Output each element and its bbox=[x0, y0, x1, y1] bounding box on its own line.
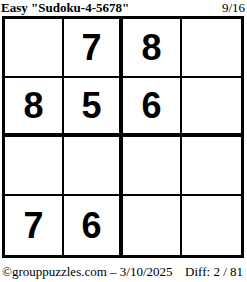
cell-r1c2: 7 bbox=[64, 19, 123, 78]
puzzle-title: Easy "Sudoku-4-5678" bbox=[1, 1, 129, 14]
cell-r3c1[interactable] bbox=[5, 137, 64, 196]
cell-r4c1: 7 bbox=[5, 196, 64, 255]
cell-r2c1: 8 bbox=[5, 78, 64, 137]
cell-r2c4[interactable] bbox=[182, 78, 241, 137]
cell-r2c2: 5 bbox=[64, 78, 123, 137]
cell-r3c3[interactable] bbox=[123, 137, 182, 196]
cell-r1c4[interactable] bbox=[182, 19, 241, 78]
cell-r3c4[interactable] bbox=[182, 137, 241, 196]
sudoku-board: 7 8 8 5 6 7 6 bbox=[2, 16, 244, 258]
puzzle-header: Easy "Sudoku-4-5678" 9/16 bbox=[0, 0, 247, 15]
cell-r4c2: 6 bbox=[64, 196, 123, 255]
copyright-text: ©grouppuzzles.com – 3/10/2025 bbox=[2, 265, 173, 279]
cell-r4c4[interactable] bbox=[182, 196, 241, 255]
cell-r3c2[interactable] bbox=[64, 137, 123, 196]
puzzle-counter: 9/16 bbox=[222, 1, 245, 14]
cell-r2c3: 6 bbox=[123, 78, 182, 137]
cell-r4c3[interactable] bbox=[123, 196, 182, 255]
cell-r1c1[interactable] bbox=[5, 19, 64, 78]
puzzle-footer: ©grouppuzzles.com – 3/10/2025 Diff: 2 / … bbox=[0, 265, 247, 279]
cell-r1c3: 8 bbox=[123, 19, 182, 78]
difficulty-text: Diff: 2 / 81 bbox=[185, 265, 243, 279]
